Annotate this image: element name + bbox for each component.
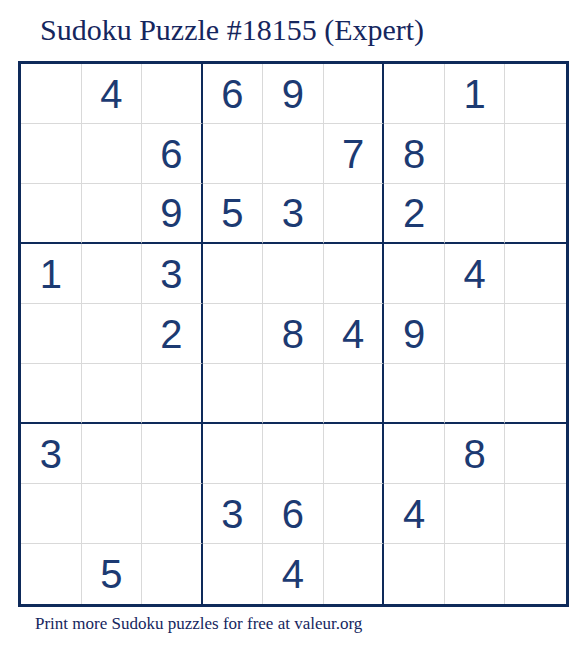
cell-r4c8: 4 xyxy=(445,244,506,304)
cell-r3c2 xyxy=(82,184,143,244)
cell-r2c2 xyxy=(82,124,143,184)
cell-r6c4 xyxy=(203,364,264,424)
cell-r3c9 xyxy=(505,184,566,244)
cell-r9c8 xyxy=(445,544,506,604)
cell-r9c2: 5 xyxy=(82,544,143,604)
cell-r7c7 xyxy=(384,424,445,484)
cell-r6c8 xyxy=(445,364,506,424)
cell-r6c6 xyxy=(324,364,385,424)
cell-r1c9 xyxy=(505,64,566,124)
cell-r7c3 xyxy=(142,424,203,484)
cell-r2c6: 7 xyxy=(324,124,385,184)
cell-r7c5 xyxy=(263,424,324,484)
cell-r8c2 xyxy=(82,484,143,544)
cell-r8c5: 6 xyxy=(263,484,324,544)
cell-r5c6: 4 xyxy=(324,304,385,364)
cell-r6c7 xyxy=(384,364,445,424)
cell-r8c4: 3 xyxy=(203,484,264,544)
cell-r1c7 xyxy=(384,64,445,124)
cell-r3c4: 5 xyxy=(203,184,264,244)
cell-r8c7: 4 xyxy=(384,484,445,544)
cell-r7c8: 8 xyxy=(445,424,506,484)
cell-r2c8 xyxy=(445,124,506,184)
cell-r2c7: 8 xyxy=(384,124,445,184)
cell-r6c5 xyxy=(263,364,324,424)
cell-r6c9 xyxy=(505,364,566,424)
footer-text: Print more Sudoku puzzles for free at va… xyxy=(35,614,362,634)
cell-r4c1: 1 xyxy=(21,244,82,304)
cell-r8c9 xyxy=(505,484,566,544)
cell-r5c7: 9 xyxy=(384,304,445,364)
cell-r9c5: 4 xyxy=(263,544,324,604)
cell-r8c8 xyxy=(445,484,506,544)
cell-r8c1 xyxy=(21,484,82,544)
cell-r1c6 xyxy=(324,64,385,124)
cell-r9c9 xyxy=(505,544,566,604)
cell-r1c2: 4 xyxy=(82,64,143,124)
cell-r3c5: 3 xyxy=(263,184,324,244)
cell-r5c2 xyxy=(82,304,143,364)
cell-r8c6 xyxy=(324,484,385,544)
cell-r4c6 xyxy=(324,244,385,304)
cell-r5c8 xyxy=(445,304,506,364)
cell-r4c4 xyxy=(203,244,264,304)
cell-r1c5: 9 xyxy=(263,64,324,124)
cell-r2c9 xyxy=(505,124,566,184)
cell-r5c5: 8 xyxy=(263,304,324,364)
cell-r6c3 xyxy=(142,364,203,424)
cell-r9c7 xyxy=(384,544,445,604)
cell-r9c3 xyxy=(142,544,203,604)
cell-r6c2 xyxy=(82,364,143,424)
cell-r4c2 xyxy=(82,244,143,304)
cell-r7c2 xyxy=(82,424,143,484)
cell-r4c3: 3 xyxy=(142,244,203,304)
cell-r1c4: 6 xyxy=(203,64,264,124)
cell-r3c8 xyxy=(445,184,506,244)
cell-r2c4 xyxy=(203,124,264,184)
cell-r3c3: 9 xyxy=(142,184,203,244)
cell-r4c7 xyxy=(384,244,445,304)
cell-r3c6 xyxy=(324,184,385,244)
cell-r3c1 xyxy=(21,184,82,244)
cell-r4c9 xyxy=(505,244,566,304)
cell-r6c1 xyxy=(21,364,82,424)
cell-r1c8: 1 xyxy=(445,64,506,124)
sudoku-page: Sudoku Puzzle #18155 (Expert) 4691678953… xyxy=(0,0,580,651)
cell-r1c3 xyxy=(142,64,203,124)
cell-r5c1 xyxy=(21,304,82,364)
cell-r5c9 xyxy=(505,304,566,364)
page-title: Sudoku Puzzle #18155 (Expert) xyxy=(40,12,424,48)
cell-r9c6 xyxy=(324,544,385,604)
sudoku-board: 4691678953213428493836454 xyxy=(18,61,569,607)
cell-r2c5 xyxy=(263,124,324,184)
cell-r2c1 xyxy=(21,124,82,184)
cell-r7c6 xyxy=(324,424,385,484)
cell-r7c9 xyxy=(505,424,566,484)
cell-r8c3 xyxy=(142,484,203,544)
cell-r4c5 xyxy=(263,244,324,304)
cell-r9c4 xyxy=(203,544,264,604)
cell-r5c4 xyxy=(203,304,264,364)
cell-r2c3: 6 xyxy=(142,124,203,184)
cell-r5c3: 2 xyxy=(142,304,203,364)
cell-r9c1 xyxy=(21,544,82,604)
cell-r7c4 xyxy=(203,424,264,484)
cell-r3c7: 2 xyxy=(384,184,445,244)
cell-r1c1 xyxy=(21,64,82,124)
cell-r7c1: 3 xyxy=(21,424,82,484)
